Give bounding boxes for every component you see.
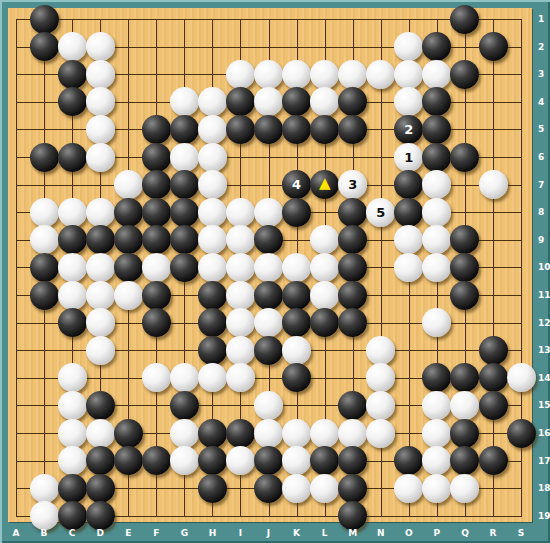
stone-black-O7[interactable] (394, 170, 423, 199)
stone-white-B19[interactable] (30, 501, 59, 530)
stone-white-C10[interactable] (58, 253, 87, 282)
stone-white-G14[interactable] (170, 363, 199, 392)
stone-black-D19[interactable] (86, 501, 115, 530)
stone-white-I13[interactable] (226, 336, 255, 365)
stone-white-P9[interactable] (422, 225, 451, 254)
row-label-2: 2 (538, 42, 544, 52)
stone-white-M7[interactable]: 3 (338, 170, 367, 199)
stone-white-C14[interactable] (58, 363, 87, 392)
stone-black-F6[interactable] (142, 143, 171, 172)
stone-black-R13[interactable] (479, 336, 508, 365)
move-number-label: 5 (376, 206, 385, 219)
col-label-I: I (239, 528, 242, 538)
stone-white-F14[interactable] (142, 363, 171, 392)
stone-black-G9[interactable] (170, 225, 199, 254)
stone-black-M10[interactable] (338, 253, 367, 282)
stone-black-G8[interactable] (170, 198, 199, 227)
stone-white-K10[interactable] (282, 253, 311, 282)
stone-black-J9[interactable] (254, 225, 283, 254)
stone-white-D11[interactable] (86, 281, 115, 310)
stone-black-M19[interactable] (338, 501, 367, 530)
stone-black-J13[interactable] (254, 336, 283, 365)
stone-white-O10[interactable] (394, 253, 423, 282)
stone-black-P6[interactable] (422, 143, 451, 172)
stone-black-J5[interactable] (254, 115, 283, 144)
stone-black-R15[interactable] (479, 391, 508, 420)
col-label-K: K (293, 528, 300, 538)
stone-white-K3[interactable] (282, 60, 311, 89)
stone-black-Q11[interactable] (450, 281, 479, 310)
stone-black-M5[interactable] (338, 115, 367, 144)
stone-white-H6[interactable] (198, 143, 227, 172)
stone-white-H9[interactable] (198, 225, 227, 254)
stone-black-Q17[interactable] (450, 446, 479, 475)
stone-black-C6[interactable] (58, 143, 87, 172)
stone-black-P4[interactable] (422, 87, 451, 116)
stone-black-E17[interactable] (114, 446, 143, 475)
stone-black-L17[interactable] (310, 446, 339, 475)
stone-black-E8[interactable] (114, 198, 143, 227)
stone-black-Q10[interactable] (450, 253, 479, 282)
col-label-B: B (41, 528, 48, 538)
stone-black-Q14[interactable] (450, 363, 479, 392)
stone-white-K17[interactable] (282, 446, 311, 475)
stone-black-L12[interactable] (310, 308, 339, 337)
stone-white-J10[interactable] (254, 253, 283, 282)
stone-black-C19[interactable] (58, 501, 87, 530)
stone-white-D5[interactable] (86, 115, 115, 144)
stone-black-E9[interactable] (114, 225, 143, 254)
row-label-5: 5 (538, 124, 544, 134)
stone-black-F12[interactable] (142, 308, 171, 337)
stone-white-P15[interactable] (422, 391, 451, 420)
stone-white-C11[interactable] (58, 281, 87, 310)
triangle-marker: ▲ (319, 176, 331, 191)
col-label-N: N (377, 528, 385, 538)
stone-white-E7[interactable] (114, 170, 143, 199)
stone-black-M8[interactable] (338, 198, 367, 227)
stone-black-F8[interactable] (142, 198, 171, 227)
stone-black-K8[interactable] (282, 198, 311, 227)
col-label-L: L (322, 528, 328, 538)
stone-white-L11[interactable] (310, 281, 339, 310)
stone-white-J8[interactable] (254, 198, 283, 227)
stone-black-M15[interactable] (338, 391, 367, 420)
stone-white-B8[interactable] (30, 198, 59, 227)
stone-white-G16[interactable] (170, 419, 199, 448)
col-label-S: S (518, 528, 524, 538)
stone-white-D4[interactable] (86, 87, 115, 116)
col-label-Q: Q (461, 528, 469, 538)
stone-white-O18[interactable] (394, 474, 423, 503)
stone-white-G17[interactable] (170, 446, 199, 475)
stone-black-P2[interactable] (422, 32, 451, 61)
stone-white-J4[interactable] (254, 87, 283, 116)
col-label-D: D (96, 528, 103, 538)
col-label-O: O (405, 528, 413, 538)
stone-black-C12[interactable] (58, 308, 87, 337)
stone-white-I9[interactable] (226, 225, 255, 254)
stone-white-L3[interactable] (310, 60, 339, 89)
stone-black-Q9[interactable] (450, 225, 479, 254)
stone-black-E10[interactable] (114, 253, 143, 282)
stone-black-K12[interactable] (282, 308, 311, 337)
go-board[interactable]: 214▲35 (8, 8, 532, 522)
stone-white-C17[interactable] (58, 446, 87, 475)
stone-white-H5[interactable] (198, 115, 227, 144)
stone-white-N14[interactable] (366, 363, 395, 392)
stone-black-B11[interactable] (30, 281, 59, 310)
stone-white-J15[interactable] (254, 391, 283, 420)
stone-black-B2[interactable] (30, 32, 59, 61)
stone-black-I16[interactable] (226, 419, 255, 448)
stone-black-G5[interactable] (170, 115, 199, 144)
row-label-1: 1 (538, 14, 544, 24)
stone-white-P16[interactable] (422, 419, 451, 448)
stone-black-R14[interactable] (479, 363, 508, 392)
stone-white-I14[interactable] (226, 363, 255, 392)
stone-white-O2[interactable] (394, 32, 423, 61)
stone-black-R17[interactable] (479, 446, 508, 475)
stone-black-M18[interactable] (338, 474, 367, 503)
stone-black-Q16[interactable] (450, 419, 479, 448)
stone-black-C9[interactable] (58, 225, 87, 254)
move-number-label: 4 (292, 178, 301, 191)
stone-black-Q6[interactable] (450, 143, 479, 172)
stone-black-P14[interactable] (422, 363, 451, 392)
stone-black-C3[interactable] (58, 60, 87, 89)
stone-black-H11[interactable] (198, 281, 227, 310)
stone-black-F5[interactable] (142, 115, 171, 144)
stone-white-P12[interactable] (422, 308, 451, 337)
stone-black-K7[interactable]: 4 (282, 170, 311, 199)
stone-black-D18[interactable] (86, 474, 115, 503)
stone-white-D16[interactable] (86, 419, 115, 448)
stone-white-C8[interactable] (58, 198, 87, 227)
row-label-15: 15 (538, 400, 550, 410)
stone-black-O8[interactable] (394, 198, 423, 227)
col-label-P: P (434, 528, 441, 538)
stone-white-N3[interactable] (366, 60, 395, 89)
stone-white-H7[interactable] (198, 170, 227, 199)
stone-white-O4[interactable] (394, 87, 423, 116)
row-label-4: 4 (538, 97, 544, 107)
stone-black-B10[interactable] (30, 253, 59, 282)
stone-white-L9[interactable] (310, 225, 339, 254)
stone-black-I5[interactable] (226, 115, 255, 144)
stone-white-L16[interactable] (310, 419, 339, 448)
stone-white-K13[interactable] (282, 336, 311, 365)
stone-white-D13[interactable] (86, 336, 115, 365)
col-label-A: A (13, 528, 20, 538)
row-label-18: 18 (538, 483, 550, 493)
stone-black-K5[interactable] (282, 115, 311, 144)
stone-black-G15[interactable] (170, 391, 199, 420)
col-label-H: H (209, 528, 217, 538)
stone-white-S14[interactable] (507, 363, 536, 392)
stone-black-C18[interactable] (58, 474, 87, 503)
stone-white-I10[interactable] (226, 253, 255, 282)
stone-black-M17[interactable] (338, 446, 367, 475)
stone-black-L7[interactable]: ▲ (310, 170, 339, 199)
stone-black-H12[interactable] (198, 308, 227, 337)
stone-white-Q18[interactable] (450, 474, 479, 503)
move-number-label: 2 (404, 123, 413, 136)
stone-black-H18[interactable] (198, 474, 227, 503)
row-label-14: 14 (538, 373, 550, 383)
row-label-9: 9 (538, 235, 544, 245)
stone-black-K11[interactable] (282, 281, 311, 310)
stone-black-K14[interactable] (282, 363, 311, 392)
stone-white-J3[interactable] (254, 60, 283, 89)
stone-black-J18[interactable] (254, 474, 283, 503)
stone-black-I4[interactable] (226, 87, 255, 116)
stone-black-B1[interactable] (30, 5, 59, 34)
stone-white-D10[interactable] (86, 253, 115, 282)
stone-black-K4[interactable] (282, 87, 311, 116)
stone-black-H13[interactable] (198, 336, 227, 365)
stone-white-D8[interactable] (86, 198, 115, 227)
stone-black-H17[interactable] (198, 446, 227, 475)
stone-white-P17[interactable] (422, 446, 451, 475)
stone-white-B18[interactable] (30, 474, 59, 503)
stone-black-E16[interactable] (114, 419, 143, 448)
stone-black-L5[interactable] (310, 115, 339, 144)
stone-black-G7[interactable] (170, 170, 199, 199)
stone-black-F9[interactable] (142, 225, 171, 254)
stone-black-P5[interactable] (422, 115, 451, 144)
col-label-M: M (348, 528, 357, 538)
stone-white-C16[interactable] (58, 419, 87, 448)
col-label-C: C (69, 528, 76, 538)
move-number-label: 1 (404, 151, 413, 164)
stone-black-R2[interactable] (479, 32, 508, 61)
stone-white-P7[interactable] (422, 170, 451, 199)
stone-black-F7[interactable] (142, 170, 171, 199)
col-label-E: E (125, 528, 131, 538)
col-label-G: G (181, 528, 188, 538)
stone-white-B9[interactable] (30, 225, 59, 254)
stone-white-H4[interactable] (198, 87, 227, 116)
stone-black-C4[interactable] (58, 87, 87, 116)
stone-black-H16[interactable] (198, 419, 227, 448)
stone-white-O9[interactable] (394, 225, 423, 254)
stone-white-I3[interactable] (226, 60, 255, 89)
stone-white-D6[interactable] (86, 143, 115, 172)
row-label-6: 6 (538, 152, 544, 162)
col-label-F: F (153, 528, 159, 538)
stone-white-P8[interactable] (422, 198, 451, 227)
row-label-16: 16 (538, 428, 550, 438)
stone-white-I8[interactable] (226, 198, 255, 227)
stone-white-G6[interactable] (170, 143, 199, 172)
stone-white-D2[interactable] (86, 32, 115, 61)
stone-white-J12[interactable] (254, 308, 283, 337)
stone-black-G10[interactable] (170, 253, 199, 282)
stone-white-G4[interactable] (170, 87, 199, 116)
goban-app-window: 214▲35 ABCDEFGHIJKLMNOPQRS12345678910111… (0, 0, 550, 543)
stone-black-M4[interactable] (338, 87, 367, 116)
stone-black-M12[interactable] (338, 308, 367, 337)
stone-white-L4[interactable] (310, 87, 339, 116)
stone-white-F10[interactable] (142, 253, 171, 282)
grid-line-vertical (493, 19, 494, 517)
row-label-8: 8 (538, 207, 544, 217)
move-number-label: 3 (348, 178, 357, 191)
stone-white-I11[interactable] (226, 281, 255, 310)
stone-white-O6[interactable]: 1 (394, 143, 423, 172)
stone-white-D12[interactable] (86, 308, 115, 337)
row-label-10: 10 (538, 262, 550, 272)
stone-black-B6[interactable] (30, 143, 59, 172)
stone-white-N16[interactable] (366, 419, 395, 448)
stone-white-N13[interactable] (366, 336, 395, 365)
stone-white-O3[interactable] (394, 60, 423, 89)
stone-white-K18[interactable] (282, 474, 311, 503)
stone-white-N15[interactable] (366, 391, 395, 420)
stone-white-P3[interactable] (422, 60, 451, 89)
stone-white-E11[interactable] (114, 281, 143, 310)
stone-white-I17[interactable] (226, 446, 255, 475)
stone-white-M16[interactable] (338, 419, 367, 448)
stone-white-R7[interactable] (479, 170, 508, 199)
stone-white-Q15[interactable] (450, 391, 479, 420)
stone-white-H10[interactable] (198, 253, 227, 282)
stone-white-H14[interactable] (198, 363, 227, 392)
col-label-J: J (267, 528, 270, 538)
stone-black-S16[interactable] (507, 419, 536, 448)
stone-black-M9[interactable] (338, 225, 367, 254)
stone-black-D15[interactable] (86, 391, 115, 420)
stone-black-F11[interactable] (142, 281, 171, 310)
stone-black-Q1[interactable] (450, 5, 479, 34)
stone-black-Q3[interactable] (450, 60, 479, 89)
stone-white-D3[interactable] (86, 60, 115, 89)
stone-black-M11[interactable] (338, 281, 367, 310)
stone-white-P18[interactable] (422, 474, 451, 503)
row-label-19: 19 (538, 511, 550, 521)
row-label-3: 3 (538, 69, 544, 79)
stone-black-O5[interactable]: 2 (394, 115, 423, 144)
stone-white-L10[interactable] (310, 253, 339, 282)
row-label-17: 17 (538, 456, 550, 466)
row-label-13: 13 (538, 345, 550, 355)
stone-white-P10[interactable] (422, 253, 451, 282)
row-label-7: 7 (538, 180, 544, 190)
stone-white-I12[interactable] (226, 308, 255, 337)
stone-white-H8[interactable] (198, 198, 227, 227)
stone-white-K16[interactable] (282, 419, 311, 448)
stone-white-C15[interactable] (58, 391, 87, 420)
stone-white-L18[interactable] (310, 474, 339, 503)
stone-black-O17[interactable] (394, 446, 423, 475)
stone-black-J11[interactable] (254, 281, 283, 310)
stone-black-J17[interactable] (254, 446, 283, 475)
row-label-12: 12 (538, 318, 550, 328)
stone-white-C2[interactable] (58, 32, 87, 61)
col-label-R: R (490, 528, 497, 538)
stone-white-J16[interactable] (254, 419, 283, 448)
stone-black-D17[interactable] (86, 446, 115, 475)
stone-white-M3[interactable] (338, 60, 367, 89)
stone-black-F17[interactable] (142, 446, 171, 475)
stone-black-D9[interactable] (86, 225, 115, 254)
stone-white-N8[interactable]: 5 (366, 198, 395, 227)
row-label-11: 11 (538, 290, 550, 300)
